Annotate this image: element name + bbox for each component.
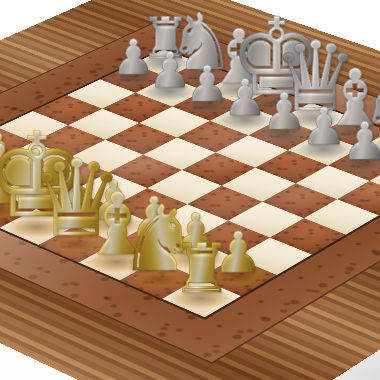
chess-set-photo: ♜♞♟♝♟♚♟♛♟♝♟♞♟♟♜♟♟♜♟♟♞♟♝♟♚♟♛♟♝♟♞♜ Photogr…: [0, 0, 380, 380]
table-scene: [0, 0, 380, 380]
chess-table: [0, 49, 380, 318]
